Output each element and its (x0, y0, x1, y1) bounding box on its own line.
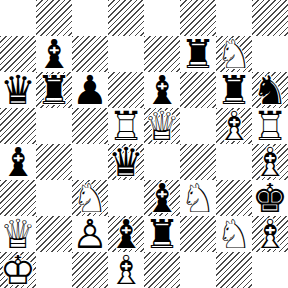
square-f7[interactable]: ♜♜ (180, 36, 216, 72)
piece-outline-layer: ♕ (144, 108, 180, 144)
piece-outline-layer: ♗ (252, 216, 288, 252)
piece-outline-layer: ♝ (0, 144, 36, 180)
square-f5[interactable] (180, 108, 216, 144)
square-b2[interactable] (36, 216, 72, 252)
square-g1[interactable] (216, 252, 252, 288)
white-bishop: ♝♗ (216, 108, 252, 144)
square-b5[interactable] (36, 108, 72, 144)
black-rook: ♜♜ (144, 216, 180, 252)
square-h8[interactable] (252, 0, 288, 36)
square-g5[interactable]: ♝♗ (216, 108, 252, 144)
white-king: ♚♔ (0, 252, 36, 288)
piece-outline-layer: ♙ (72, 216, 108, 252)
square-a4[interactable]: ♝♝ (0, 144, 36, 180)
square-d4[interactable]: ♛♛ (108, 144, 144, 180)
black-rook: ♜♜ (36, 72, 72, 108)
piece-outline-layer: ♔ (0, 252, 36, 288)
square-c8[interactable] (72, 0, 108, 36)
white-knight: ♞♘ (216, 216, 252, 252)
square-f2[interactable] (180, 216, 216, 252)
square-c6[interactable]: ♟♟ (72, 72, 108, 108)
square-e8[interactable] (144, 0, 180, 36)
piece-outline-layer: ♜ (144, 216, 180, 252)
square-h2[interactable]: ♝♗ (252, 216, 288, 252)
square-e1[interactable] (144, 252, 180, 288)
square-h1[interactable] (252, 252, 288, 288)
black-rook: ♜♜ (180, 36, 216, 72)
square-b1[interactable] (36, 252, 72, 288)
white-bishop: ♝♗ (252, 216, 288, 252)
piece-outline-layer: ♛ (108, 144, 144, 180)
piece-outline-layer: ♜ (180, 36, 216, 72)
white-knight: ♞♘ (180, 180, 216, 216)
piece-outline-layer: ♟ (72, 72, 108, 108)
square-d7[interactable] (108, 36, 144, 72)
square-b4[interactable] (36, 144, 72, 180)
square-a8[interactable] (0, 0, 36, 36)
piece-outline-layer: ♛ (0, 72, 36, 108)
square-c2[interactable]: ♟♙ (72, 216, 108, 252)
white-bishop: ♝♗ (108, 252, 144, 288)
square-c1[interactable] (72, 252, 108, 288)
square-a6[interactable]: ♛♛ (0, 72, 36, 108)
white-queen: ♛♕ (144, 108, 180, 144)
piece-outline-layer: ♗ (108, 252, 144, 288)
piece-outline-layer: ♘ (180, 180, 216, 216)
piece-outline-layer: ♗ (216, 108, 252, 144)
square-e5[interactable]: ♛♕ (144, 108, 180, 144)
square-f6[interactable] (180, 72, 216, 108)
piece-outline-layer: ♘ (216, 216, 252, 252)
square-b3[interactable] (36, 180, 72, 216)
chess-board: ♝♝♜♜♞♘♛♛♜♜♟♟♝♝♜♜♞♞♜♖♛♕♝♗♜♖♝♝♛♛♝♗♞♘♝♝♞♘♚♚… (0, 0, 288, 288)
square-e2[interactable]: ♜♜ (144, 216, 180, 252)
square-c5[interactable] (72, 108, 108, 144)
square-d1[interactable]: ♝♗ (108, 252, 144, 288)
black-bishop: ♝♝ (0, 144, 36, 180)
square-d8[interactable] (108, 0, 144, 36)
black-queen: ♛♛ (0, 72, 36, 108)
square-g2[interactable]: ♞♘ (216, 216, 252, 252)
black-pawn: ♟♟ (72, 72, 108, 108)
square-a1[interactable]: ♚♔ (0, 252, 36, 288)
piece-outline-layer: ♜ (36, 72, 72, 108)
square-g4[interactable] (216, 144, 252, 180)
black-queen: ♛♛ (108, 144, 144, 180)
square-f3[interactable]: ♞♘ (180, 180, 216, 216)
white-pawn: ♟♙ (72, 216, 108, 252)
square-f1[interactable] (180, 252, 216, 288)
square-b6[interactable]: ♜♜ (36, 72, 72, 108)
